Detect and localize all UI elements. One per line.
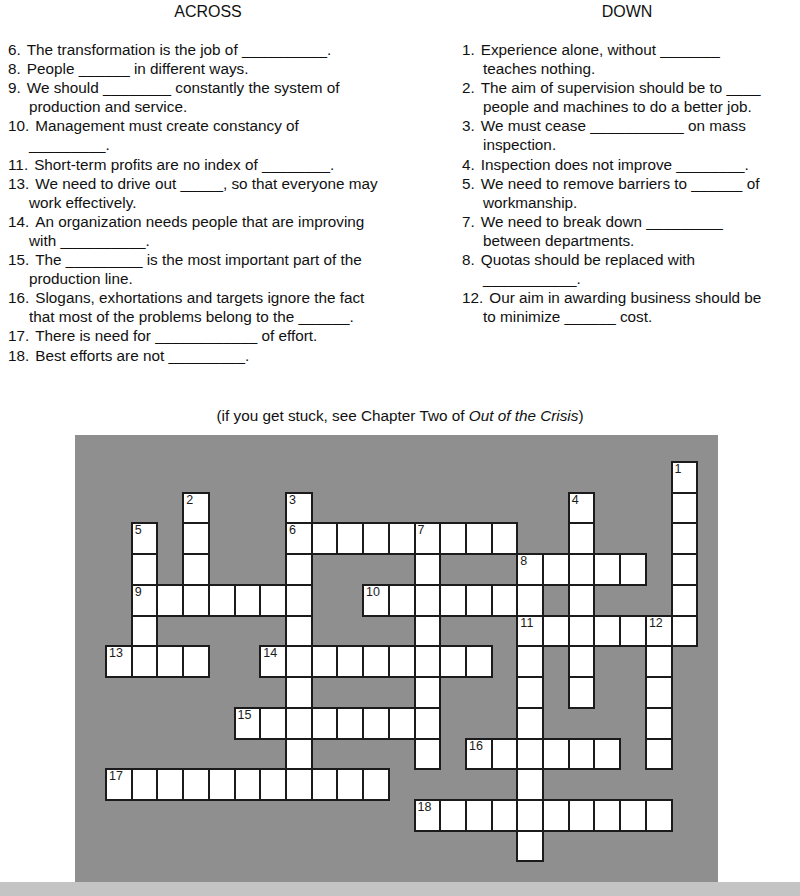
book-title: Out of the Crisis: [469, 407, 579, 424]
grid-cell[interactable]: [362, 707, 390, 740]
clue-number-label: 10: [366, 586, 380, 600]
across-clue: 6.The transformation is the job of _____…: [8, 40, 468, 59]
down-clue-text: We need to break down _________ between …: [481, 213, 723, 249]
across-clue-text: There is need for ____________ of effort…: [35, 327, 317, 344]
grid-cell[interactable]: [568, 584, 596, 617]
grid-cell[interactable]: [619, 615, 647, 648]
grid-cell[interactable]: 14: [259, 645, 287, 678]
down-clue-text: The aim of supervision should be to ____…: [481, 79, 761, 115]
down-clue: 2.The aim of supervision should be to __…: [462, 78, 800, 116]
grid-cell[interactable]: 1: [671, 461, 699, 494]
grid-cell[interactable]: 9: [131, 584, 159, 617]
grid-cell[interactable]: 18: [414, 799, 442, 832]
grid-cell[interactable]: 3: [285, 492, 313, 525]
grid-cell[interactable]: [671, 553, 699, 586]
grid-cell[interactable]: [285, 645, 313, 678]
across-header: ACROSS: [8, 2, 408, 21]
grid-cell[interactable]: 8: [516, 553, 544, 586]
grid-cell[interactable]: [234, 584, 262, 617]
grid-cell[interactable]: [645, 738, 673, 771]
down-clue: 7.We need to break down _________ betwee…: [462, 212, 800, 250]
down-clue-number: 5.: [462, 175, 475, 192]
down-clue-text: Quotas should be replaced with _________…: [481, 251, 695, 287]
across-clue-number: 9.: [8, 79, 21, 96]
across-clue: 9.We should ________ constantly the syst…: [8, 78, 468, 116]
across-clue-list: 6.The transformation is the job of _____…: [8, 40, 468, 365]
grid-cell[interactable]: [285, 738, 313, 771]
across-clue: 15.The _________ is the most important p…: [8, 250, 468, 288]
grid-cell[interactable]: 11: [516, 615, 544, 648]
clue-number-label: 4: [572, 494, 579, 508]
clue-number-label: 1: [675, 463, 682, 477]
grid-cell[interactable]: [671, 584, 699, 617]
grid-cell[interactable]: [388, 522, 416, 555]
across-clue-number: 8.: [8, 60, 21, 77]
grid-cell[interactable]: [619, 799, 647, 832]
hint-caption-suffix: ): [578, 407, 583, 424]
grid-cell[interactable]: 15: [234, 707, 262, 740]
grid-cell[interactable]: [259, 584, 287, 617]
grid-cell[interactable]: [336, 522, 364, 555]
clue-number-label: 18: [418, 801, 432, 815]
across-clue: 14.An organization needs people that are…: [8, 212, 468, 250]
across-clue-number: 17.: [8, 327, 29, 344]
grid-cell[interactable]: [388, 707, 416, 740]
grid-cell[interactable]: [414, 645, 442, 678]
grid-cell[interactable]: [131, 768, 159, 801]
grid-cell[interactable]: [208, 584, 236, 617]
grid-cell[interactable]: [182, 645, 210, 678]
grid-cell[interactable]: [259, 707, 287, 740]
grid-cell[interactable]: [182, 522, 210, 555]
down-clue: 1.Experience alone, without _______ teac…: [462, 40, 800, 78]
down-clue: 3.We must cease ___________ on mass insp…: [462, 116, 800, 154]
across-clue-number: 15.: [8, 251, 29, 268]
grid-cell[interactable]: 17: [105, 768, 133, 801]
across-clue-text: We need to drive out _____, so that ever…: [29, 175, 378, 211]
down-clue-number: 1.: [462, 41, 475, 58]
across-clue-text: Short-term profits are no index of _____…: [34, 156, 334, 173]
grid-cell[interactable]: [285, 707, 313, 740]
grid-cell[interactable]: [156, 768, 184, 801]
across-clue: 18.Best efforts are not _________.: [8, 346, 468, 365]
grid-cell[interactable]: [182, 584, 210, 617]
page-bottom-strip: [0, 882, 800, 896]
grid-cell[interactable]: [311, 645, 339, 678]
grid-cell[interactable]: [414, 676, 442, 709]
grid-cell[interactable]: [336, 707, 364, 740]
down-clue: 8.Quotas should be replaced with _______…: [462, 250, 800, 288]
across-clue-text: We should ________ constantly the system…: [27, 79, 340, 115]
grid-cell[interactable]: 16: [465, 738, 493, 771]
down-clue-number: 3.: [462, 117, 475, 134]
clue-number-label: 8: [520, 555, 527, 569]
grid-cell[interactable]: [285, 676, 313, 709]
grid-cell[interactable]: 6: [285, 522, 313, 555]
down-clue: 5.We need to remove barriers to ______ o…: [462, 174, 800, 212]
clue-number-label: 12: [649, 617, 663, 631]
grid-cell[interactable]: [182, 553, 210, 586]
grid-cell[interactable]: [259, 768, 287, 801]
clue-number-label: 5: [135, 524, 142, 538]
grid-cell[interactable]: [568, 676, 596, 709]
grid-cell[interactable]: [645, 799, 673, 832]
grid-cell[interactable]: [516, 768, 544, 801]
grid-cell[interactable]: [131, 553, 159, 586]
grid-cell[interactable]: [362, 522, 390, 555]
across-clue-number: 13.: [8, 175, 29, 192]
grid-cell[interactable]: [671, 522, 699, 555]
across-clue-number: 10.: [8, 117, 29, 134]
grid-cell[interactable]: [465, 584, 493, 617]
grid-cell[interactable]: [516, 645, 544, 678]
down-clue-text: Inspection does not improve ________.: [481, 156, 749, 173]
across-clue-text: People ______ in different ways.: [27, 60, 249, 77]
down-clue-number: 4.: [462, 156, 475, 173]
grid-cell[interactable]: [439, 584, 467, 617]
grid-cell[interactable]: [645, 645, 673, 678]
grid-cell[interactable]: 5: [131, 522, 159, 555]
clue-number-label: 17: [109, 770, 123, 784]
grid-cell[interactable]: [336, 645, 364, 678]
grid-cell[interactable]: [439, 522, 467, 555]
across-clue-text: Best efforts are not _________.: [35, 347, 249, 364]
grid-cell[interactable]: [311, 768, 339, 801]
across-clue: 13.We need to drive out _____, so that e…: [8, 174, 468, 212]
grid-cell[interactable]: [491, 738, 519, 771]
grid-cell[interactable]: [465, 522, 493, 555]
across-clue: 16.Slogans, exhortations and targets ign…: [8, 288, 468, 326]
clue-number-label: 15: [238, 709, 252, 723]
across-clue: 8.People ______ in different ways.: [8, 59, 468, 78]
across-clue-number: 18.: [8, 347, 29, 364]
grid-cell[interactable]: [645, 676, 673, 709]
grid-cell[interactable]: [593, 738, 621, 771]
across-clue: 11.Short-term profits are no index of __…: [8, 155, 468, 174]
grid-cell[interactable]: [362, 645, 390, 678]
across-clue-text: The transformation is the job of _______…: [27, 41, 331, 58]
across-clue-text: Management must create constancy of ____…: [29, 117, 299, 153]
down-clue-number: 8.: [462, 251, 475, 268]
grid-cell[interactable]: [516, 738, 544, 771]
grid-cell[interactable]: [645, 707, 673, 740]
grid-cell[interactable]: [414, 707, 442, 740]
grid-cell[interactable]: [182, 768, 210, 801]
grid-cell[interactable]: [285, 553, 313, 586]
grid-cell[interactable]: [568, 553, 596, 586]
down-clue-number: 2.: [462, 79, 475, 96]
grid-cell[interactable]: 2: [182, 492, 210, 525]
grid-cell[interactable]: [516, 830, 544, 863]
down-clue-text: We need to remove barriers to ______ of …: [481, 175, 760, 211]
grid-cell[interactable]: [619, 553, 647, 586]
grid-cell[interactable]: 12: [645, 615, 673, 648]
grid-cell[interactable]: [491, 522, 519, 555]
across-clue-number: 6.: [8, 41, 21, 58]
clue-number-label: 7: [418, 524, 425, 538]
down-header: DOWN: [462, 2, 792, 21]
grid-cell[interactable]: [285, 584, 313, 617]
clue-number-label: 3: [289, 494, 296, 508]
across-clue: 10.Management must create constancy of _…: [8, 116, 468, 154]
down-clue-number: 12.: [462, 289, 483, 306]
down-clue: 4.Inspection does not improve ________.: [462, 155, 800, 174]
grid-cell[interactable]: [234, 768, 262, 801]
grid-cell[interactable]: [593, 553, 621, 586]
grid-cell[interactable]: [439, 799, 467, 832]
grid-cell[interactable]: [671, 615, 699, 648]
grid-cell[interactable]: [516, 707, 544, 740]
clue-number-label: 6: [289, 524, 296, 538]
grid-cell[interactable]: [542, 738, 570, 771]
clue-number-label: 9: [135, 586, 142, 600]
grid-cell[interactable]: [388, 584, 416, 617]
grid-cell[interactable]: [568, 799, 596, 832]
grid-cell[interactable]: [593, 615, 621, 648]
hint-caption-prefix: (if you get stuck, see Chapter Two of: [216, 407, 468, 424]
grid-cell[interactable]: [311, 522, 339, 555]
grid-cell[interactable]: [285, 615, 313, 648]
grid-cell[interactable]: [156, 645, 184, 678]
grid-cell[interactable]: [542, 553, 570, 586]
down-clue: 12.Our aim in awarding business should b…: [462, 288, 800, 326]
grid-cell[interactable]: [542, 799, 570, 832]
grid-cell[interactable]: [568, 522, 596, 555]
grid-cell[interactable]: [593, 799, 621, 832]
grid-cell[interactable]: [516, 799, 544, 832]
grid-cell[interactable]: [131, 615, 159, 648]
grid-cell[interactable]: [414, 738, 442, 771]
grid-cell[interactable]: [414, 553, 442, 586]
across-clue-text: An organization needs people that are im…: [29, 213, 364, 249]
down-clue-text: Experience alone, without _______ teache…: [481, 41, 720, 77]
grid-cell[interactable]: [388, 645, 416, 678]
across-clue: 17.There is need for ____________ of eff…: [8, 326, 468, 345]
across-clue-number: 11.: [8, 156, 28, 173]
across-clue-text: The _________ is the most important part…: [29, 251, 362, 287]
clue-number-label: 2: [186, 494, 193, 508]
grid-cell[interactable]: [336, 768, 364, 801]
down-clue-list: 1.Experience alone, without _______ teac…: [462, 40, 800, 326]
hint-caption: (if you get stuck, see Chapter Two of Ou…: [0, 407, 800, 425]
crossword-board: 123456789101112131415161718: [75, 435, 718, 882]
clue-number-label: 13: [109, 647, 123, 661]
grid-cell[interactable]: [156, 584, 184, 617]
grid-cell[interactable]: [568, 738, 596, 771]
across-clue-number: 16.: [8, 289, 29, 306]
grid-cell[interactable]: [568, 645, 596, 678]
grid-cell[interactable]: [131, 645, 159, 678]
across-clue-text: Slogans, exhortations and targets ignore…: [29, 289, 364, 325]
down-clue-text: Our aim in awarding business should be t…: [483, 289, 761, 325]
grid-cell[interactable]: [465, 645, 493, 678]
grid-cell[interactable]: [465, 799, 493, 832]
grid-cell[interactable]: [516, 676, 544, 709]
across-clue-number: 14.: [8, 213, 29, 230]
grid-cell[interactable]: 7: [414, 522, 442, 555]
grid-cell[interactable]: [311, 707, 339, 740]
grid-cell[interactable]: [414, 584, 442, 617]
grid-cell[interactable]: [516, 584, 544, 617]
grid-cell[interactable]: [568, 615, 596, 648]
grid-cell[interactable]: [439, 645, 467, 678]
grid-cell[interactable]: 10: [362, 584, 390, 617]
clue-number-label: 16: [469, 740, 483, 754]
grid-cell[interactable]: 13: [105, 645, 133, 678]
down-clue-text: We must cease ___________ on mass inspec…: [481, 117, 746, 153]
grid-cell[interactable]: [671, 492, 699, 525]
grid-cell[interactable]: 4: [568, 492, 596, 525]
clue-number-label: 14: [263, 647, 277, 661]
clue-number-label: 11: [520, 617, 533, 631]
grid-cell[interactable]: [414, 615, 442, 648]
grid-cell[interactable]: [491, 584, 519, 617]
grid-cell[interactable]: [285, 768, 313, 801]
grid-cell[interactable]: [542, 615, 570, 648]
grid-cell[interactable]: [491, 799, 519, 832]
grid-cell[interactable]: [208, 768, 236, 801]
down-clue-number: 7.: [462, 213, 475, 230]
grid-cell[interactable]: [362, 768, 390, 801]
